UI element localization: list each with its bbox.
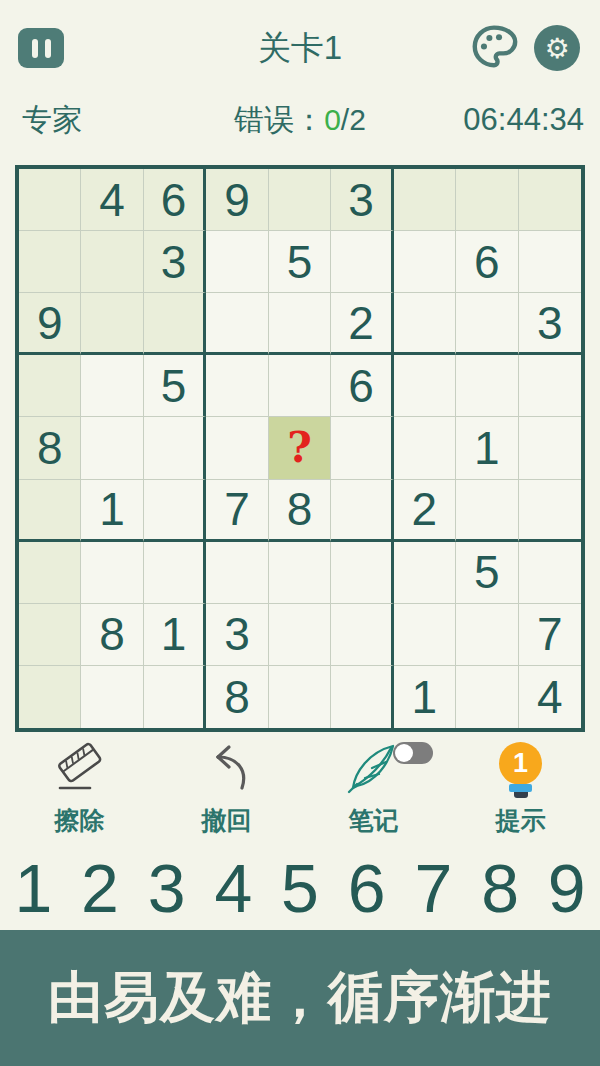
cell-r6c7[interactable]: 2: [394, 480, 456, 542]
error-value: 0: [324, 103, 341, 136]
cell-r2c4[interactable]: [206, 231, 268, 293]
toolbar: 擦除 撤回: [6, 740, 594, 837]
info-row: 专家 错误：0/2 06:44:34: [0, 100, 600, 140]
cell-r3c9[interactable]: 3: [519, 293, 581, 355]
cell-r4c7[interactable]: [394, 355, 456, 417]
cell-r9c9[interactable]: 4: [519, 666, 581, 728]
cell-r8c1[interactable]: [19, 604, 81, 666]
cell-r1c7[interactable]: [394, 169, 456, 231]
sudoku-board: 4693356923568?1178258137814: [15, 165, 585, 732]
cell-r5c3[interactable]: [144, 417, 206, 479]
error-label: 错误：: [234, 103, 324, 136]
numpad-4[interactable]: 4: [200, 845, 267, 931]
cell-r3c5[interactable]: [269, 293, 331, 355]
cell-value: 6: [474, 235, 500, 289]
promo-banner: 由易及难，循序渐进: [0, 930, 600, 1066]
cell-value: 2: [412, 482, 438, 536]
erase-button[interactable]: 擦除: [6, 740, 153, 837]
cell-r8c8[interactable]: [456, 604, 518, 666]
lightbulb-icon: 1: [498, 742, 544, 800]
cell-r8c3[interactable]: 1: [144, 604, 206, 666]
cell-r2c1[interactable]: [19, 231, 81, 293]
cell-r3c8[interactable]: [456, 293, 518, 355]
cell-r5c5[interactable]: ?: [269, 417, 331, 479]
sudoku-app: 关卡1 ⚙ 专家 错误：0/2 06:44:34 4693356923568?1…: [0, 0, 600, 1066]
cell-r5c9[interactable]: [519, 417, 581, 479]
header: 关卡1 ⚙: [0, 24, 600, 72]
cell-value: 5: [161, 359, 187, 413]
cell-value: 8: [224, 670, 250, 724]
cell-r8c6[interactable]: [331, 604, 393, 666]
cell-r1c8[interactable]: [456, 169, 518, 231]
cell-value: 7: [537, 607, 563, 661]
cell-value: 3: [224, 607, 250, 661]
cell-r2c6[interactable]: [331, 231, 393, 293]
cell-value: 6: [348, 359, 374, 413]
numpad-1[interactable]: 1: [0, 845, 67, 931]
cell-value: 8: [37, 421, 63, 475]
bulb-neck: [509, 784, 532, 792]
cell-r3c3[interactable]: [144, 293, 206, 355]
gear-icon: ⚙: [544, 32, 569, 65]
cell-r8c5[interactable]: [269, 604, 331, 666]
numpad-9[interactable]: 9: [533, 845, 600, 931]
bulb-base: [514, 792, 528, 798]
cell-value: 9: [37, 296, 63, 350]
cell-value: 1: [474, 421, 500, 475]
cell-r9c2[interactable]: [81, 666, 143, 728]
cell-r8c7[interactable]: [394, 604, 456, 666]
cell-r2c5[interactable]: 5: [269, 231, 331, 293]
cell-value: 1: [161, 607, 187, 661]
cell-r2c8[interactable]: 6: [456, 231, 518, 293]
cell-value: 1: [99, 482, 125, 536]
cell-r6c4[interactable]: 7: [206, 480, 268, 542]
undo-arrow-icon: [199, 740, 255, 800]
cell-value: 8: [287, 482, 313, 536]
hint-button[interactable]: 1 提示: [447, 740, 594, 837]
timer: 06:44:34: [463, 102, 584, 138]
cell-r1c2[interactable]: 4: [81, 169, 143, 231]
cell-r5c7[interactable]: [394, 417, 456, 479]
cell-r6c5[interactable]: 8: [269, 480, 331, 542]
numpad-7[interactable]: 7: [400, 845, 467, 931]
cell-r7c5[interactable]: [269, 542, 331, 604]
toggle-knob: [395, 744, 413, 762]
cell-r6c8[interactable]: [456, 480, 518, 542]
cell-r6c2[interactable]: 1: [81, 480, 143, 542]
cell-value: 3: [537, 296, 563, 350]
notes-toggle[interactable]: [393, 742, 433, 764]
cell-r6c6[interactable]: [331, 480, 393, 542]
cell-r4c4[interactable]: [206, 355, 268, 417]
undo-button[interactable]: 撤回: [153, 740, 300, 837]
undo-label: 撤回: [202, 804, 252, 837]
cell-r7c7[interactable]: [394, 542, 456, 604]
cell-r5c6[interactable]: [331, 417, 393, 479]
cell-r7c9[interactable]: [519, 542, 581, 604]
cell-r9c1[interactable]: [19, 666, 81, 728]
cell-value: 2: [348, 296, 374, 350]
cell-r3c6[interactable]: 2: [331, 293, 393, 355]
palette-icon[interactable]: [468, 23, 520, 73]
cell-r6c9[interactable]: [519, 480, 581, 542]
cell-value: 5: [287, 235, 313, 289]
cell-value: ?: [287, 423, 312, 472]
cell-value: 5: [474, 545, 500, 599]
numpad-3[interactable]: 3: [133, 845, 200, 931]
cell-r2c9[interactable]: [519, 231, 581, 293]
cell-r1c5[interactable]: [269, 169, 331, 231]
cell-r3c4[interactable]: [206, 293, 268, 355]
cell-r4c5[interactable]: [269, 355, 331, 417]
cell-r1c9[interactable]: [519, 169, 581, 231]
cell-r9c5[interactable]: [269, 666, 331, 728]
eraser-icon: [48, 738, 112, 800]
cell-value: 1: [412, 670, 438, 724]
erase-label: 擦除: [55, 804, 105, 837]
cell-r2c2[interactable]: [81, 231, 143, 293]
cell-r4c3[interactable]: 5: [144, 355, 206, 417]
error-total: /2: [341, 103, 366, 136]
cell-r1c3[interactable]: 6: [144, 169, 206, 231]
banner-text: 由易及难，循序渐进: [48, 961, 552, 1035]
cell-value: 4: [537, 670, 563, 724]
cell-r8c4[interactable]: 3: [206, 604, 268, 666]
cell-r3c7[interactable]: [394, 293, 456, 355]
cell-r8c2[interactable]: 8: [81, 604, 143, 666]
cell-r4c8[interactable]: [456, 355, 518, 417]
cell-r7c1[interactable]: [19, 542, 81, 604]
cell-r9c4[interactable]: 8: [206, 666, 268, 728]
cell-r7c3[interactable]: [144, 542, 206, 604]
cell-value: 8: [99, 607, 125, 661]
cell-r5c1[interactable]: 8: [19, 417, 81, 479]
cell-r4c1[interactable]: [19, 355, 81, 417]
cell-r8c9[interactable]: 7: [519, 604, 581, 666]
cell-r1c6[interactable]: 3: [331, 169, 393, 231]
cell-r7c2[interactable]: [81, 542, 143, 604]
notes-label: 笔记: [349, 804, 399, 837]
cell-r9c3[interactable]: [144, 666, 206, 728]
cell-r3c2[interactable]: [81, 293, 143, 355]
cell-value: 6: [161, 173, 187, 227]
cell-r6c1[interactable]: [19, 480, 81, 542]
cell-r9c7[interactable]: 1: [394, 666, 456, 728]
cell-value: 9: [224, 173, 250, 227]
cell-r2c7[interactable]: [394, 231, 456, 293]
notes-button[interactable]: 笔记: [300, 740, 447, 837]
cell-r5c4[interactable]: [206, 417, 268, 479]
numpad-2[interactable]: 2: [67, 845, 134, 931]
cell-value: 3: [161, 235, 187, 289]
cell-r7c6[interactable]: [331, 542, 393, 604]
numpad-6[interactable]: 6: [333, 845, 400, 931]
hint-badge: 1: [513, 748, 528, 779]
settings-button[interactable]: ⚙: [534, 25, 580, 71]
cell-r6c3[interactable]: [144, 480, 206, 542]
cell-r4c9[interactable]: [519, 355, 581, 417]
cell-r3c1[interactable]: 9: [19, 293, 81, 355]
cell-r7c8[interactable]: 5: [456, 542, 518, 604]
cell-r9c6[interactable]: [331, 666, 393, 728]
cell-r5c8[interactable]: 1: [456, 417, 518, 479]
hint-label: 提示: [496, 804, 546, 837]
cell-r1c1[interactable]: [19, 169, 81, 231]
cell-r4c2[interactable]: [81, 355, 143, 417]
cell-value: 7: [224, 482, 250, 536]
cell-r5c2[interactable]: [81, 417, 143, 479]
cell-r9c8[interactable]: [456, 666, 518, 728]
numpad-5[interactable]: 5: [267, 845, 334, 931]
cell-r2c3[interactable]: 3: [144, 231, 206, 293]
numpad: 123456789: [0, 845, 600, 931]
cell-r1c4[interactable]: 9: [206, 169, 268, 231]
numpad-8[interactable]: 8: [467, 845, 534, 931]
cell-value: 3: [348, 173, 374, 227]
cell-r4c6[interactable]: 6: [331, 355, 393, 417]
cell-value: 4: [99, 173, 125, 227]
cell-r7c4[interactable]: [206, 542, 268, 604]
header-icons: ⚙: [468, 24, 580, 72]
